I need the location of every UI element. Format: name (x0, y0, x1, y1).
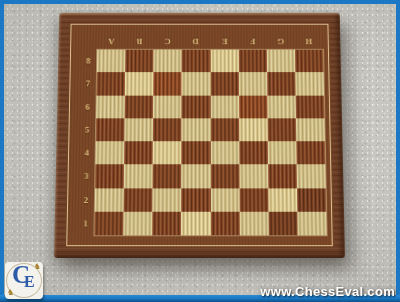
square-g6 (267, 95, 296, 118)
square-g4 (268, 141, 297, 164)
chesseval-logo: C E ♞ ♞ (5, 262, 43, 299)
square-g2 (268, 188, 297, 212)
square-f5 (239, 118, 268, 141)
square-e4 (210, 141, 239, 164)
file-labels-top: ABCDEFGH (97, 33, 323, 50)
square-e2 (210, 188, 239, 212)
rank-label-left-7: 7 (79, 72, 97, 95)
file-label-top-d: D (182, 33, 210, 50)
square-c4 (153, 141, 182, 164)
square-d1 (181, 212, 210, 236)
square-c3 (153, 164, 182, 187)
square-e5 (210, 118, 239, 141)
square-h5 (296, 118, 325, 141)
square-h1 (297, 212, 326, 236)
watermark-url: www.ChessEval.com (260, 284, 395, 299)
square-e8 (210, 50, 238, 73)
rank-label-left-1: 1 (76, 212, 94, 236)
square-d5 (182, 118, 211, 141)
square-c1 (152, 212, 181, 236)
square-g3 (268, 164, 297, 187)
square-h6 (296, 95, 325, 118)
board-outer-frame: ABCDEFGH ABCDEFGH 87654321 87654321 (54, 13, 345, 258)
square-h8 (295, 50, 324, 73)
square-a8 (97, 50, 126, 73)
square-d4 (182, 141, 211, 164)
square-f7 (239, 72, 268, 95)
square-a3 (95, 164, 124, 187)
knight-icon: ♞ (34, 263, 41, 271)
squares-grid (94, 50, 326, 236)
square-f4 (239, 141, 268, 164)
square-e3 (210, 164, 239, 187)
file-label-top-b: B (125, 33, 153, 50)
rank-label-left-5: 5 (78, 118, 96, 141)
file-label-top-f: F (238, 33, 266, 50)
square-b3 (124, 164, 153, 187)
square-f3 (239, 164, 268, 187)
knight-icon: ♞ (7, 289, 14, 297)
square-g7 (267, 72, 296, 95)
square-d2 (181, 188, 210, 212)
file-label-top-g: G (266, 33, 294, 50)
square-d7 (182, 72, 210, 95)
square-e7 (210, 72, 238, 95)
square-h7 (295, 72, 324, 95)
file-label-top-h: H (295, 33, 323, 50)
square-a6 (96, 95, 125, 118)
square-a5 (96, 118, 125, 141)
rank-label-left-3: 3 (77, 164, 95, 187)
file-label-top-c: C (154, 33, 182, 50)
square-h3 (297, 164, 326, 187)
square-h4 (296, 141, 325, 164)
square-f1 (239, 212, 268, 236)
square-b4 (124, 141, 153, 164)
square-g5 (267, 118, 296, 141)
chess-board: ABCDEFGH ABCDEFGH 87654321 87654321 (54, 13, 345, 258)
square-e6 (210, 95, 239, 118)
square-b5 (124, 118, 153, 141)
square-b2 (124, 188, 153, 212)
square-a7 (97, 72, 126, 95)
square-a2 (95, 188, 124, 212)
square-c7 (153, 72, 181, 95)
square-f8 (238, 50, 266, 73)
square-c8 (154, 50, 182, 73)
rank-label-left-4: 4 (78, 141, 96, 164)
square-c2 (153, 188, 182, 212)
square-f2 (239, 188, 268, 212)
file-label-top-e: E (210, 33, 238, 50)
square-a1 (94, 212, 123, 236)
coordinate-band: ABCDEFGH ABCDEFGH 87654321 87654321 (65, 23, 334, 247)
file-label-top-a: A (97, 33, 125, 50)
square-b6 (125, 95, 154, 118)
square-c5 (153, 118, 182, 141)
product-photo: ABCDEFGH ABCDEFGH 87654321 87654321 C E … (0, 0, 400, 302)
square-d6 (182, 95, 211, 118)
square-b8 (125, 50, 153, 73)
square-b1 (123, 212, 152, 236)
square-d3 (182, 164, 211, 187)
rank-label-left-2: 2 (77, 188, 95, 212)
square-f6 (239, 95, 268, 118)
square-a4 (95, 141, 124, 164)
square-h2 (297, 188, 326, 212)
logo-letter-e: E (24, 273, 35, 291)
rank-label-left-6: 6 (79, 95, 97, 118)
square-g1 (268, 212, 297, 236)
square-b7 (125, 72, 154, 95)
rank-label-left-8: 8 (79, 50, 97, 73)
square-e1 (210, 212, 239, 236)
square-g8 (267, 50, 296, 73)
square-c6 (153, 95, 182, 118)
square-d8 (182, 50, 210, 73)
